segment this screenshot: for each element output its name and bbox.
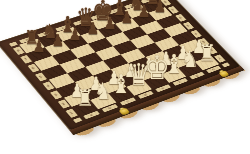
chess-set-photo: aa88bb77cc66dd55ee44ff33gg22hh11 ♜♞♝♛♚♝♞… — [0, 0, 250, 154]
brass-clasp-left-icon — [118, 107, 130, 115]
chess-board: aa88bb77cc66dd55ee44ff33gg22hh11 — [0, 0, 241, 131]
brass-clasp-right-icon — [218, 70, 229, 78]
